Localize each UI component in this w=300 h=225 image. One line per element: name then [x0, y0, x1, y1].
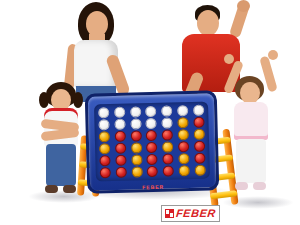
- red-disc: [194, 153, 205, 164]
- yellow-disc: [177, 117, 188, 128]
- red-disc: [115, 131, 126, 142]
- empty-slot: [146, 105, 157, 116]
- scene: FEBER FEBER: [0, 0, 300, 225]
- board-cell: [175, 104, 191, 117]
- empty-slot: [130, 118, 141, 129]
- board-brand-strip: FEBER: [142, 184, 164, 191]
- yellow-disc: [131, 142, 142, 153]
- board-cell: [128, 142, 144, 155]
- girl-right-pants: [236, 139, 266, 183]
- girl-right-shoe-left: [235, 182, 248, 190]
- figure-girl-right: [222, 52, 282, 202]
- figure-girl-left: [32, 80, 90, 198]
- board-cell: [144, 141, 160, 154]
- board-cell: [175, 128, 191, 141]
- board-cell: [176, 165, 192, 178]
- empty-slot: [177, 105, 188, 116]
- empty-slot: [162, 117, 173, 128]
- red-disc: [115, 143, 126, 154]
- board-cell: [176, 140, 192, 153]
- board-cell: [97, 155, 113, 168]
- board-cell: [160, 153, 176, 166]
- board-cell: [192, 152, 208, 165]
- feber-logo: FEBER: [161, 205, 220, 222]
- yellow-disc: [162, 142, 173, 153]
- empty-slot: [98, 107, 109, 118]
- red-disc: [163, 166, 174, 177]
- yellow-disc: [131, 154, 142, 165]
- red-disc: [147, 154, 158, 165]
- empty-slot: [114, 106, 125, 117]
- empty-slot: [99, 119, 110, 130]
- board-cell: [143, 105, 159, 118]
- yellow-disc: [178, 153, 189, 164]
- board-cell: [97, 143, 113, 156]
- girl-right-hand-left: [224, 54, 234, 64]
- father-fist: [237, 0, 250, 12]
- board-cell: [176, 153, 192, 166]
- red-disc: [147, 166, 158, 177]
- feber-logo-text: FEBER: [175, 208, 216, 219]
- red-disc: [146, 142, 157, 153]
- red-disc: [130, 130, 141, 141]
- board-cell: [191, 128, 207, 141]
- board-grid: [94, 102, 210, 182]
- red-disc: [146, 130, 157, 141]
- girl-right-shoe-right: [253, 182, 266, 190]
- girl-right-hand-right: [268, 50, 278, 60]
- red-disc: [163, 154, 174, 165]
- empty-slot: [193, 104, 204, 115]
- yellow-disc: [99, 143, 110, 154]
- board-cell: [113, 154, 129, 167]
- board-cell: [191, 140, 207, 153]
- empty-slot: [146, 118, 157, 129]
- red-disc: [162, 129, 173, 140]
- board-cell: [129, 166, 145, 179]
- board-cell: [160, 129, 176, 142]
- board-cell: [128, 130, 144, 143]
- yellow-disc: [99, 131, 110, 142]
- board-cell: [112, 118, 128, 131]
- board-panel: [94, 102, 210, 182]
- board-cell: [97, 130, 113, 143]
- girl-left-shoe-right: [63, 185, 76, 193]
- board-cell: [144, 129, 160, 142]
- girl-left-shoe-left: [45, 185, 58, 193]
- red-disc: [100, 155, 111, 166]
- red-disc: [178, 141, 189, 152]
- red-disc: [194, 141, 205, 152]
- yellow-disc: [179, 165, 190, 176]
- red-disc: [115, 155, 126, 166]
- board-cell: [112, 130, 128, 143]
- board-cell: [160, 141, 176, 154]
- board-cell: [175, 116, 191, 129]
- empty-slot: [130, 106, 141, 117]
- board-cell: [143, 117, 159, 130]
- board-cell: [145, 166, 161, 179]
- board-cell: [96, 118, 112, 131]
- girl-right-face: [240, 82, 260, 104]
- yellow-disc: [131, 167, 142, 178]
- yellow-disc: [193, 129, 204, 140]
- empty-slot: [161, 105, 172, 116]
- red-disc: [116, 167, 127, 178]
- board-cell: [127, 105, 143, 118]
- yellow-disc: [194, 165, 205, 176]
- board-cell: [144, 153, 160, 166]
- board-cell: [191, 116, 207, 129]
- girl-left-jeans: [46, 144, 76, 186]
- father-face: [197, 10, 219, 36]
- board-cell: [192, 164, 208, 177]
- red-disc: [193, 116, 204, 127]
- red-disc: [100, 167, 111, 178]
- board-cell: [98, 167, 114, 180]
- girl-right-top: [234, 102, 268, 140]
- board-cell: [129, 154, 145, 167]
- board-cell: [190, 104, 206, 117]
- board-cell: [113, 166, 129, 179]
- board-cell: [113, 142, 129, 155]
- yellow-disc: [178, 129, 189, 140]
- board-cell: [159, 104, 175, 117]
- board-cell: [159, 117, 175, 130]
- board-cell: [160, 165, 176, 178]
- feber-checkered-icon: [165, 209, 174, 218]
- board-cell: [96, 106, 112, 119]
- board-cell: [112, 106, 128, 119]
- board-cell: [128, 117, 144, 130]
- empty-slot: [114, 118, 125, 129]
- connect-four-board: FEBER: [85, 90, 220, 193]
